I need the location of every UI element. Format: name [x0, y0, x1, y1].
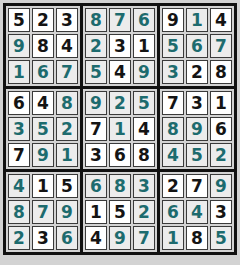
cell-r5c3[interactable]: 2 [56, 117, 78, 141]
cell-r3c8: 2 [186, 60, 208, 84]
cell-r6c4: 3 [85, 143, 107, 167]
sudoku-box-5: 925714368 [83, 89, 157, 169]
cell-r6c7[interactable]: 4 [162, 143, 184, 167]
cell-r4c4[interactable]: 9 [85, 91, 107, 115]
sudoku-page: 5239841678762315499145673286483527919257… [0, 0, 240, 258]
cell-r7c2: 1 [32, 174, 54, 198]
cell-r3c7[interactable]: 3 [162, 60, 184, 84]
cell-r2c8[interactable]: 6 [186, 34, 208, 58]
cell-r2c7[interactable]: 5 [162, 34, 184, 58]
cell-r9c3[interactable]: 6 [56, 226, 78, 250]
cell-r3c5: 4 [109, 60, 131, 84]
cell-r4c6[interactable]: 5 [133, 91, 155, 115]
cell-r5c7[interactable]: 8 [162, 117, 184, 141]
cell-r7c7: 2 [162, 174, 184, 198]
cell-r2c5: 3 [109, 34, 131, 58]
cell-r4c2: 4 [32, 91, 54, 115]
sudoku-box-1: 523984167 [6, 6, 80, 86]
cell-r9c5[interactable]: 9 [109, 226, 131, 250]
sudoku-box-8: 683152497 [83, 172, 157, 252]
cell-r8c5: 5 [109, 200, 131, 224]
cell-r5c9: 6 [210, 117, 232, 141]
cell-r7c5[interactable]: 8 [109, 174, 131, 198]
cell-r5c1[interactable]: 3 [8, 117, 30, 141]
cell-r1c4[interactable]: 8 [85, 8, 107, 32]
cell-r5c5[interactable]: 1 [109, 117, 131, 141]
cell-r7c1[interactable]: 4 [8, 174, 30, 198]
cell-r1c5[interactable]: 7 [109, 8, 131, 32]
cell-r7c8: 7 [186, 174, 208, 198]
cell-r4c5[interactable]: 2 [109, 91, 131, 115]
cell-r5c4: 7 [85, 117, 107, 141]
cell-r4c9: 1 [210, 91, 232, 115]
cell-r9c9[interactable]: 5 [210, 226, 232, 250]
sudoku-box-4: 648352791 [6, 89, 80, 169]
sudoku-box-3: 914567328 [160, 6, 234, 86]
cell-r2c2: 8 [32, 34, 54, 58]
cell-r3c9: 8 [210, 60, 232, 84]
cell-r3c3[interactable]: 7 [56, 60, 78, 84]
cell-r4c7: 7 [162, 91, 184, 115]
cell-r4c3[interactable]: 8 [56, 91, 78, 115]
cell-r8c6[interactable]: 2 [133, 200, 155, 224]
sudoku-box-7: 415879236 [6, 172, 80, 252]
cell-r1c7: 9 [162, 8, 184, 32]
cell-r2c1[interactable]: 9 [8, 34, 30, 58]
cell-r1c8[interactable]: 1 [186, 8, 208, 32]
cell-r8c3[interactable]: 9 [56, 200, 78, 224]
sudoku-box-9: 279643185 [160, 172, 234, 252]
cell-r7c9[interactable]: 9 [210, 174, 232, 198]
cell-r6c2[interactable]: 9 [32, 143, 54, 167]
cell-r6c3[interactable]: 1 [56, 143, 78, 167]
cell-r1c1: 5 [8, 8, 30, 32]
cell-r6c5: 6 [109, 143, 131, 167]
cell-r7c3: 5 [56, 174, 78, 198]
cell-r9c4: 4 [85, 226, 107, 250]
cell-r2c9[interactable]: 7 [210, 34, 232, 58]
cell-r4c1: 6 [8, 91, 30, 115]
cell-r8c1[interactable]: 8 [8, 200, 30, 224]
sudoku-box-6: 731896452 [160, 89, 234, 169]
cell-r1c3: 3 [56, 8, 78, 32]
sudoku-board: 5239841678762315499145673286483527919257… [3, 3, 237, 255]
cell-r3c2[interactable]: 6 [32, 60, 54, 84]
cell-r9c7[interactable]: 1 [162, 226, 184, 250]
cell-r8c7[interactable]: 6 [162, 200, 184, 224]
cell-r1c9: 4 [210, 8, 232, 32]
sudoku-box-2: 876231549 [83, 6, 157, 86]
cell-r2c6: 1 [133, 34, 155, 58]
cell-r1c6[interactable]: 6 [133, 8, 155, 32]
cell-r3c4[interactable]: 5 [85, 60, 107, 84]
cell-r2c4[interactable]: 2 [85, 34, 107, 58]
cell-r5c8[interactable]: 9 [186, 117, 208, 141]
cell-r3c1[interactable]: 1 [8, 60, 30, 84]
cell-r5c2[interactable]: 5 [32, 117, 54, 141]
cell-r9c6[interactable]: 7 [133, 226, 155, 250]
cell-r7c6[interactable]: 3 [133, 174, 155, 198]
cell-r9c1[interactable]: 2 [8, 226, 30, 250]
cell-r6c8[interactable]: 5 [186, 143, 208, 167]
cell-r9c8: 8 [186, 226, 208, 250]
cell-r6c1: 7 [8, 143, 30, 167]
cell-r9c2: 3 [32, 226, 54, 250]
cell-r5c6: 4 [133, 117, 155, 141]
cell-r4c8: 3 [186, 91, 208, 115]
cell-r8c2[interactable]: 7 [32, 200, 54, 224]
cell-r6c9[interactable]: 2 [210, 143, 232, 167]
cell-r1c2: 2 [32, 8, 54, 32]
cell-r6c6: 8 [133, 143, 155, 167]
cell-r7c4[interactable]: 6 [85, 174, 107, 198]
cell-r8c8[interactable]: 4 [186, 200, 208, 224]
cell-r3c6[interactable]: 9 [133, 60, 155, 84]
cell-r8c4: 1 [85, 200, 107, 224]
cell-r8c9: 3 [210, 200, 232, 224]
cell-r2c3: 4 [56, 34, 78, 58]
